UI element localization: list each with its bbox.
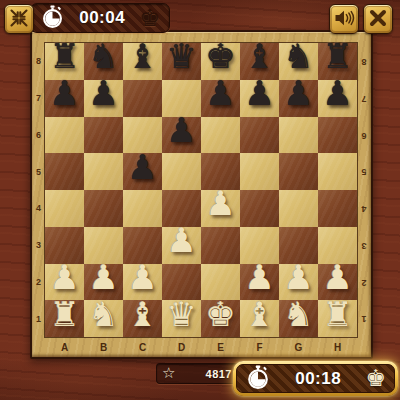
piece-black-pawn[interactable]: ♟ bbox=[322, 76, 352, 110]
square-c5[interactable]: ♟ bbox=[123, 153, 162, 190]
piece-black-knight[interactable]: ♞ bbox=[88, 39, 118, 73]
square-b7[interactable]: ♟ bbox=[84, 80, 123, 117]
rank-label-3: 3 bbox=[357, 227, 371, 264]
square-h1[interactable]: ♜ bbox=[318, 300, 357, 337]
piece-black-rook[interactable]: ♜ bbox=[322, 39, 352, 73]
rank-label-1: 1 bbox=[357, 300, 371, 337]
square-h7[interactable]: ♟ bbox=[318, 80, 357, 117]
speaker-icon bbox=[333, 7, 355, 32]
black-king-icon: ♚ bbox=[139, 7, 160, 30]
piece-white-rook[interactable]: ♜ bbox=[322, 297, 352, 331]
square-c4[interactable] bbox=[123, 190, 162, 227]
square-f4[interactable] bbox=[240, 190, 279, 227]
rank-label-2: 2 bbox=[357, 264, 371, 301]
piece-white-knight[interactable]: ♞ bbox=[88, 297, 118, 331]
piece-white-pawn[interactable]: ♟ bbox=[283, 260, 313, 294]
file-label-e: E bbox=[201, 337, 240, 357]
square-a6[interactable] bbox=[45, 117, 84, 154]
file-label-f: F bbox=[240, 337, 279, 357]
piece-black-pawn[interactable]: ♟ bbox=[205, 76, 235, 110]
piece-white-pawn[interactable]: ♟ bbox=[127, 260, 157, 294]
rank-label-5: 5 bbox=[32, 153, 45, 190]
piece-white-pawn[interactable]: ♟ bbox=[322, 260, 352, 294]
rank-labels-right: 87654321 bbox=[357, 43, 371, 337]
rank-label-6: 6 bbox=[32, 117, 45, 154]
close-icon bbox=[367, 7, 389, 32]
piece-white-rook[interactable]: ♜ bbox=[49, 297, 79, 331]
piece-black-pawn[interactable]: ♟ bbox=[166, 113, 196, 147]
rank-label-4: 4 bbox=[357, 190, 371, 227]
square-f5[interactable] bbox=[240, 153, 279, 190]
square-e4[interactable]: ♟ bbox=[201, 190, 240, 227]
square-h4[interactable] bbox=[318, 190, 357, 227]
piece-black-king[interactable]: ♚ bbox=[205, 39, 235, 73]
fullscreen-arrows-icon bbox=[8, 7, 30, 32]
piece-white-queen[interactable]: ♛ bbox=[166, 297, 196, 331]
file-label-g: G bbox=[279, 337, 318, 357]
file-label-a: A bbox=[45, 337, 84, 357]
piece-black-rook[interactable]: ♜ bbox=[49, 39, 79, 73]
square-g1[interactable]: ♞ bbox=[279, 300, 318, 337]
piece-white-bishop[interactable]: ♝ bbox=[244, 297, 274, 331]
rank-label-2: 2 bbox=[32, 264, 45, 301]
piece-black-pawn[interactable]: ♟ bbox=[127, 150, 157, 184]
fullscreen-button[interactable] bbox=[4, 4, 34, 34]
file-label-c: C bbox=[123, 337, 162, 357]
piece-white-pawn[interactable]: ♟ bbox=[166, 223, 196, 257]
piece-black-pawn[interactable]: ♟ bbox=[49, 76, 79, 110]
piece-white-pawn[interactable]: ♟ bbox=[49, 260, 79, 294]
square-e7[interactable]: ♟ bbox=[201, 80, 240, 117]
square-g4[interactable] bbox=[279, 190, 318, 227]
stopwatch-icon bbox=[245, 364, 271, 394]
square-d6[interactable]: ♟ bbox=[162, 117, 201, 154]
star-icon: ☆ bbox=[162, 366, 175, 381]
square-h5[interactable] bbox=[318, 153, 357, 190]
stopwatch-icon bbox=[40, 4, 65, 33]
rank-label-3: 3 bbox=[32, 227, 45, 264]
square-g5[interactable] bbox=[279, 153, 318, 190]
piece-black-pawn[interactable]: ♟ bbox=[283, 76, 313, 110]
square-b6[interactable] bbox=[84, 117, 123, 154]
square-d5[interactable] bbox=[162, 153, 201, 190]
rank-label-6: 6 bbox=[357, 117, 371, 154]
square-f7[interactable]: ♟ bbox=[240, 80, 279, 117]
file-label-d: D bbox=[162, 337, 201, 357]
rank-label-7: 7 bbox=[357, 80, 371, 117]
square-d8[interactable]: ♛ bbox=[162, 43, 201, 80]
rank-label-1: 1 bbox=[32, 300, 45, 337]
square-a4[interactable] bbox=[45, 190, 84, 227]
square-c7[interactable] bbox=[123, 80, 162, 117]
square-e6[interactable] bbox=[201, 117, 240, 154]
square-f6[interactable] bbox=[240, 117, 279, 154]
piece-white-pawn[interactable]: ♟ bbox=[205, 186, 235, 220]
rank-labels-left: 87654321 bbox=[32, 43, 45, 337]
square-e1[interactable]: ♚ bbox=[201, 300, 240, 337]
square-e3[interactable] bbox=[201, 227, 240, 264]
white-king-icon: ♚ bbox=[365, 367, 386, 390]
file-labels-bottom: ABCDEFGH bbox=[45, 337, 357, 357]
rank-label-8: 8 bbox=[32, 43, 45, 80]
square-b5[interactable] bbox=[84, 153, 123, 190]
white-timer-value: 00:18 bbox=[275, 369, 361, 389]
square-f1[interactable]: ♝ bbox=[240, 300, 279, 337]
piece-white-pawn[interactable]: ♟ bbox=[88, 260, 118, 294]
square-d3[interactable]: ♟ bbox=[162, 227, 201, 264]
square-d1[interactable]: ♛ bbox=[162, 300, 201, 337]
square-c1[interactable]: ♝ bbox=[123, 300, 162, 337]
board-grid: ♜♞♝♛♚♝♞♜♟♟♟♟♟♟♟♟♟♟♟♟♟♟♟♟♜♞♝♛♚♝♞♜ bbox=[45, 43, 357, 337]
rank-label-7: 7 bbox=[32, 80, 45, 117]
square-g7[interactable]: ♟ bbox=[279, 80, 318, 117]
piece-white-pawn[interactable]: ♟ bbox=[244, 260, 274, 294]
piece-black-bishop[interactable]: ♝ bbox=[127, 39, 157, 73]
square-a5[interactable] bbox=[45, 153, 84, 190]
score-strip: ☆ 4817 bbox=[156, 363, 242, 384]
square-h6[interactable] bbox=[318, 117, 357, 154]
piece-black-queen[interactable]: ♛ bbox=[166, 39, 196, 73]
square-a1[interactable]: ♜ bbox=[45, 300, 84, 337]
chess-board: 87654321 87654321 ABCDEFGH ♜♞♝♛♚♝♞♜♟♟♟♟♟… bbox=[30, 30, 373, 359]
piece-black-pawn[interactable]: ♟ bbox=[244, 76, 274, 110]
square-a7[interactable]: ♟ bbox=[45, 80, 84, 117]
rank-label-4: 4 bbox=[32, 190, 45, 227]
black-timer-value: 00:04 bbox=[71, 8, 133, 28]
file-label-h: H bbox=[318, 337, 357, 357]
piece-black-knight[interactable]: ♞ bbox=[283, 39, 313, 73]
square-c8[interactable]: ♝ bbox=[123, 43, 162, 80]
black-timer-panel: 00:04 ♚ bbox=[30, 3, 170, 33]
rank-label-5: 5 bbox=[357, 153, 371, 190]
score-value: 4817 bbox=[181, 368, 232, 380]
close-button[interactable] bbox=[363, 4, 393, 34]
piece-white-knight[interactable]: ♞ bbox=[283, 297, 313, 331]
white-timer-panel: 00:18 ♚ bbox=[233, 361, 398, 396]
piece-white-king[interactable]: ♚ bbox=[205, 297, 235, 331]
file-label-b: B bbox=[84, 337, 123, 357]
piece-black-pawn[interactable]: ♟ bbox=[88, 76, 118, 110]
rank-label-8: 8 bbox=[357, 43, 371, 80]
sound-button[interactable] bbox=[329, 4, 359, 34]
piece-black-bishop[interactable]: ♝ bbox=[244, 39, 274, 73]
piece-white-bishop[interactable]: ♝ bbox=[127, 297, 157, 331]
square-b1[interactable]: ♞ bbox=[84, 300, 123, 337]
square-g6[interactable] bbox=[279, 117, 318, 154]
square-b4[interactable] bbox=[84, 190, 123, 227]
